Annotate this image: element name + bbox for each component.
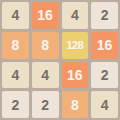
tile-r3c3-value-16: 16 [62, 62, 89, 89]
tile-r1c4-value-2: 2 [91, 2, 118, 29]
tile-r3c2-value-4: 4 [32, 62, 59, 89]
tile-r1c2-value-16: 16 [32, 2, 59, 29]
tile-r3c1-value-4: 4 [2, 62, 29, 89]
tile-r2c1-value-8: 8 [2, 32, 29, 59]
tile-r2c4-value-16: 16 [91, 32, 118, 59]
tile-r1c3-value-4: 4 [62, 2, 89, 29]
game-board-2048[interactable]: 416428812816441622284 [0, 0, 120, 120]
tile-r2c3-value-128: 128 [62, 32, 89, 59]
tile-r2c2-value-8: 8 [32, 32, 59, 59]
tile-r4c1-value-2: 2 [2, 91, 29, 118]
tile-r4c2-value-2: 2 [32, 91, 59, 118]
tile-r1c1-value-4: 4 [2, 2, 29, 29]
tile-r4c4-value-4: 4 [91, 91, 118, 118]
tile-r4c3-value-8: 8 [62, 91, 89, 118]
tile-r3c4-value-2: 2 [91, 62, 118, 89]
